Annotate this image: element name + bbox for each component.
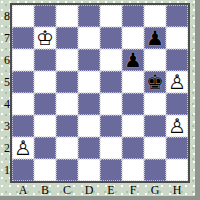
square-f5[interactable] [122,71,144,93]
square-e8[interactable] [100,5,122,27]
file-label-f: F [122,184,144,197]
square-d1[interactable] [78,159,100,181]
file-label-c: C [56,184,78,197]
square-c5[interactable] [56,71,78,93]
square-f7[interactable] [122,27,144,49]
square-b5[interactable] [34,71,56,93]
square-h3[interactable]: ♙ [166,115,188,137]
square-c8[interactable] [56,5,78,27]
chess-diagram: 87654321 ♔♟♟♚♙♙♙ ABCDEFGH [0,0,200,200]
square-c1[interactable] [56,159,78,181]
square-a2[interactable]: ♙ [12,137,34,159]
chess-board: ♔♟♟♚♙♙♙ [10,3,190,183]
square-d5[interactable] [78,71,100,93]
file-label-a: A [12,184,34,197]
square-g5[interactable]: ♚ [144,71,166,93]
square-e5[interactable] [100,71,122,93]
rank-label-7: 7 [0,27,10,49]
square-f1[interactable] [122,159,144,181]
file-label-e: E [100,184,122,197]
square-a5[interactable] [12,71,34,93]
rank-label-5: 5 [0,71,10,93]
square-h6[interactable] [166,49,188,71]
rank-labels: 87654321 [0,5,10,181]
square-f4[interactable] [122,93,144,115]
square-a8[interactable] [12,5,34,27]
square-e4[interactable] [100,93,122,115]
square-h4[interactable] [166,93,188,115]
piece-white-king[interactable]: ♔ [35,28,55,48]
square-f2[interactable] [122,137,144,159]
square-b8[interactable] [34,5,56,27]
square-b1[interactable] [34,159,56,181]
square-e7[interactable] [100,27,122,49]
file-label-g: G [144,184,166,197]
piece-black-pawn[interactable]: ♟ [123,50,143,70]
square-e6[interactable] [100,49,122,71]
square-d8[interactable] [78,5,100,27]
square-f6[interactable]: ♟ [122,49,144,71]
square-c6[interactable] [56,49,78,71]
square-h1[interactable] [166,159,188,181]
square-e3[interactable] [100,115,122,137]
square-a7[interactable] [12,27,34,49]
square-b7[interactable]: ♔ [34,27,56,49]
rank-label-3: 3 [0,115,10,137]
file-labels: ABCDEFGH [12,184,188,197]
square-b2[interactable] [34,137,56,159]
square-c4[interactable] [56,93,78,115]
board-grid: ♔♟♟♚♙♙♙ [12,5,188,181]
piece-black-king[interactable]: ♚ [145,72,165,92]
square-d3[interactable] [78,115,100,137]
square-b6[interactable] [34,49,56,71]
rank-label-4: 4 [0,93,10,115]
square-g8[interactable] [144,5,166,27]
file-label-b: B [34,184,56,197]
square-h7[interactable] [166,27,188,49]
rank-label-8: 8 [0,5,10,27]
piece-white-pawn[interactable]: ♙ [13,138,33,158]
square-d4[interactable] [78,93,100,115]
square-d2[interactable] [78,137,100,159]
rank-label-2: 2 [0,137,10,159]
square-f8[interactable] [122,5,144,27]
square-h2[interactable] [166,137,188,159]
square-g6[interactable] [144,49,166,71]
square-d7[interactable] [78,27,100,49]
piece-white-pawn[interactable]: ♙ [167,116,187,136]
square-g4[interactable] [144,93,166,115]
file-label-h: H [166,184,188,197]
square-a3[interactable] [12,115,34,137]
square-g1[interactable] [144,159,166,181]
square-f3[interactable] [122,115,144,137]
square-c7[interactable] [56,27,78,49]
piece-white-pawn[interactable]: ♙ [167,72,187,92]
square-b3[interactable] [34,115,56,137]
square-c2[interactable] [56,137,78,159]
square-g2[interactable] [144,137,166,159]
square-a1[interactable] [12,159,34,181]
square-h5[interactable]: ♙ [166,71,188,93]
square-a4[interactable] [12,93,34,115]
file-label-d: D [78,184,100,197]
square-e1[interactable] [100,159,122,181]
rank-label-1: 1 [0,159,10,181]
square-a6[interactable] [12,49,34,71]
square-d6[interactable] [78,49,100,71]
piece-black-pawn[interactable]: ♟ [145,28,165,48]
square-g3[interactable] [144,115,166,137]
square-c3[interactable] [56,115,78,137]
square-b4[interactable] [34,93,56,115]
rank-label-6: 6 [0,49,10,71]
square-h8[interactable] [166,5,188,27]
square-g7[interactable]: ♟ [144,27,166,49]
square-e2[interactable] [100,137,122,159]
